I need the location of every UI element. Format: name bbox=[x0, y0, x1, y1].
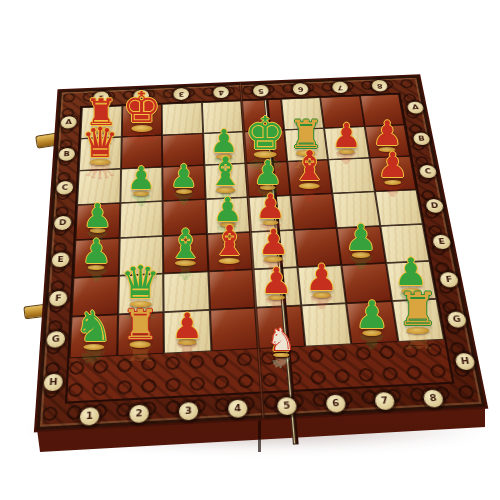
square-a2 bbox=[121, 104, 162, 137]
square-h2 bbox=[164, 310, 211, 353]
left-label-E: E bbox=[50, 251, 70, 268]
square-g6 bbox=[341, 263, 391, 304]
bottom-label-6: 6 bbox=[324, 393, 347, 414]
right-label-E: E bbox=[431, 234, 453, 251]
square-c1 bbox=[324, 126, 369, 160]
right-label-A: A bbox=[406, 101, 426, 115]
square-h7 bbox=[346, 301, 398, 344]
square-e2 bbox=[290, 193, 337, 230]
square-g7 bbox=[385, 260, 436, 301]
left-label-C: C bbox=[55, 180, 74, 196]
top-label-4: 4 bbox=[212, 86, 230, 100]
square-d8 bbox=[205, 197, 250, 234]
square-h3 bbox=[209, 308, 257, 351]
square-d2 bbox=[328, 158, 374, 193]
left-label-D: D bbox=[53, 215, 73, 231]
square-g3 bbox=[252, 267, 300, 308]
square-d7 bbox=[163, 199, 207, 236]
right-label-B: B bbox=[411, 132, 431, 147]
square-f1 bbox=[207, 232, 253, 271]
bottom-label-1: 1 bbox=[78, 406, 100, 427]
top-label-7: 7 bbox=[331, 81, 350, 95]
bottom-label-7: 7 bbox=[373, 391, 397, 412]
square-c7 bbox=[204, 163, 248, 198]
left-label-F: F bbox=[48, 290, 69, 308]
square-b1 bbox=[359, 94, 404, 126]
square-c6 bbox=[162, 165, 205, 201]
left-label-G: G bbox=[45, 330, 67, 349]
square-h8 bbox=[391, 299, 444, 342]
bottom-label-2: 2 bbox=[128, 403, 150, 424]
square-e6 bbox=[73, 238, 119, 277]
square-e7 bbox=[118, 236, 163, 275]
square-h5 bbox=[255, 305, 305, 348]
square-e3 bbox=[332, 191, 380, 228]
top-label-8: 8 bbox=[370, 79, 389, 92]
right-label-H: H bbox=[453, 352, 477, 372]
square-a5 bbox=[202, 101, 244, 133]
square-c8 bbox=[245, 161, 290, 196]
top-label-3: 3 bbox=[172, 87, 190, 101]
square-c3 bbox=[77, 169, 121, 205]
top-label-1: 1 bbox=[92, 91, 110, 105]
right-label-C: C bbox=[418, 164, 439, 179]
square-f6 bbox=[380, 224, 430, 263]
square-g2 bbox=[208, 269, 255, 310]
square-g5 bbox=[297, 265, 346, 306]
square-f2 bbox=[250, 230, 297, 269]
square-b8 bbox=[284, 128, 328, 162]
right-label-D: D bbox=[424, 198, 445, 214]
square-e1 bbox=[248, 195, 294, 232]
square-d6 bbox=[119, 201, 163, 238]
square-g8 bbox=[69, 314, 117, 358]
top-label-5: 5 bbox=[252, 84, 270, 98]
bottom-label-8: 8 bbox=[421, 388, 445, 409]
square-b7 bbox=[243, 130, 287, 164]
square-f5 bbox=[337, 226, 386, 265]
square-b5 bbox=[162, 133, 204, 167]
bottom-label-4: 4 bbox=[227, 398, 249, 419]
board-3d-wrapper: 1234567812345678ABCDEFGHABCDEFGH bbox=[36, 76, 485, 431]
square-f7 bbox=[71, 275, 118, 316]
square-g1 bbox=[163, 271, 209, 312]
square-a7 bbox=[281, 97, 324, 129]
square-c2 bbox=[364, 124, 410, 157]
scene: 1234567812345678ABCDEFGHABCDEFGH ♜♜♚♚♞♞♛… bbox=[0, 0, 500, 500]
square-b6 bbox=[203, 131, 246, 165]
square-a8 bbox=[320, 96, 364, 128]
right-label-F: F bbox=[438, 271, 461, 289]
square-c5 bbox=[120, 167, 163, 203]
top-label-6: 6 bbox=[291, 82, 310, 96]
square-h6 bbox=[301, 303, 352, 346]
left-label-H: H bbox=[42, 372, 64, 392]
square-h1 bbox=[117, 312, 164, 355]
top-label-2: 2 bbox=[132, 89, 149, 103]
square-d5 bbox=[75, 203, 120, 240]
square-d3 bbox=[369, 156, 416, 191]
square-d1 bbox=[287, 160, 332, 195]
left-label-B: B bbox=[57, 147, 76, 162]
square-b2 bbox=[79, 137, 121, 171]
square-f3 bbox=[293, 228, 341, 267]
square-e8 bbox=[163, 234, 208, 273]
square-a3 bbox=[162, 102, 203, 134]
square-e5 bbox=[374, 189, 422, 226]
square-f8 bbox=[118, 273, 164, 314]
bottom-label-3: 3 bbox=[178, 401, 200, 422]
right-label-G: G bbox=[445, 310, 468, 329]
square-a1 bbox=[80, 106, 121, 139]
left-label-A: A bbox=[59, 115, 77, 129]
square-a6 bbox=[241, 99, 284, 131]
square-b3 bbox=[121, 135, 163, 169]
